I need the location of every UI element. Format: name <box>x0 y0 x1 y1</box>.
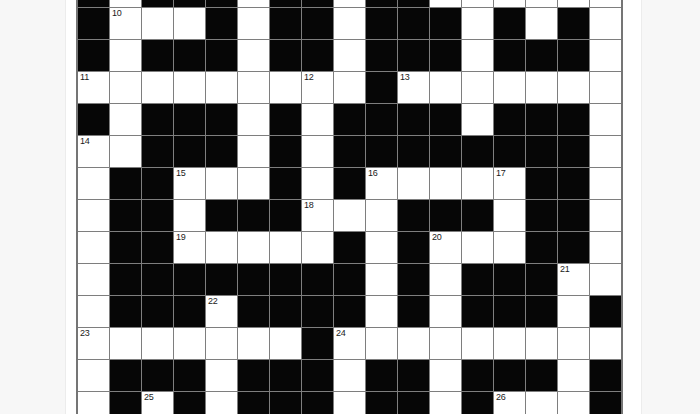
clue-number: 20 <box>432 233 442 242</box>
black-cell <box>334 168 365 199</box>
white-cell[interactable]: 17 <box>494 168 525 199</box>
black-cell <box>302 360 333 391</box>
clue-number: 19 <box>176 233 186 242</box>
white-cell[interactable] <box>494 72 525 103</box>
black-cell <box>462 392 493 414</box>
black-cell <box>78 0 109 7</box>
white-cell[interactable] <box>526 72 557 103</box>
white-cell[interactable] <box>462 168 493 199</box>
white-cell[interactable] <box>270 328 301 359</box>
black-cell <box>334 296 365 327</box>
black-cell <box>206 8 237 39</box>
black-cell <box>558 136 589 167</box>
black-cell <box>206 200 237 231</box>
black-cell <box>398 40 429 71</box>
white-cell[interactable] <box>78 296 109 327</box>
white-cell[interactable] <box>590 328 621 359</box>
black-cell <box>494 40 525 71</box>
white-cell[interactable]: 24 <box>334 328 365 359</box>
white-cell[interactable] <box>78 360 109 391</box>
white-cell[interactable] <box>110 136 141 167</box>
white-cell[interactable] <box>462 232 493 263</box>
black-cell <box>398 104 429 135</box>
white-cell[interactable] <box>142 72 173 103</box>
white-cell[interactable] <box>78 392 109 414</box>
white-cell[interactable] <box>334 72 365 103</box>
white-cell[interactable] <box>494 0 525 7</box>
black-cell <box>590 360 621 391</box>
white-cell[interactable]: 18 <box>302 200 333 231</box>
black-cell <box>494 104 525 135</box>
black-cell <box>302 392 333 414</box>
black-cell <box>206 136 237 167</box>
white-cell[interactable] <box>526 328 557 359</box>
clue-number: 17 <box>496 169 506 178</box>
black-cell <box>110 200 141 231</box>
black-cell <box>462 200 493 231</box>
white-cell[interactable] <box>238 40 269 71</box>
black-cell <box>302 0 333 7</box>
black-cell <box>398 0 429 7</box>
black-cell <box>270 168 301 199</box>
clue-number: 11 <box>80 73 89 82</box>
black-cell <box>142 104 173 135</box>
white-cell[interactable] <box>302 136 333 167</box>
black-cell <box>334 136 365 167</box>
black-cell <box>398 360 429 391</box>
white-cell[interactable] <box>398 168 429 199</box>
white-cell[interactable] <box>590 200 621 231</box>
black-cell <box>174 136 205 167</box>
black-cell <box>558 8 589 39</box>
white-cell[interactable] <box>206 168 237 199</box>
white-cell[interactable] <box>174 8 205 39</box>
white-cell[interactable]: 21 <box>558 264 589 295</box>
white-cell[interactable] <box>174 200 205 231</box>
clue-number: 26 <box>496 393 506 402</box>
white-cell[interactable]: 12 <box>302 72 333 103</box>
white-cell[interactable] <box>78 168 109 199</box>
white-cell[interactable] <box>558 0 589 7</box>
black-cell <box>494 264 525 295</box>
white-cell[interactable]: 11 <box>78 72 109 103</box>
black-cell <box>494 8 525 39</box>
black-cell <box>526 136 557 167</box>
black-cell <box>142 232 173 263</box>
clue-number: 16 <box>368 169 378 178</box>
white-cell[interactable] <box>558 328 589 359</box>
white-cell[interactable]: 13 <box>398 72 429 103</box>
black-cell <box>334 232 365 263</box>
white-cell[interactable] <box>494 232 525 263</box>
black-cell <box>206 264 237 295</box>
white-cell[interactable] <box>462 0 493 7</box>
black-cell <box>110 168 141 199</box>
white-cell[interactable] <box>110 72 141 103</box>
white-cell[interactable] <box>334 8 365 39</box>
black-cell <box>430 136 461 167</box>
black-cell <box>430 104 461 135</box>
white-cell[interactable] <box>590 104 621 135</box>
white-cell[interactable]: 15 <box>174 168 205 199</box>
black-cell <box>206 40 237 71</box>
black-cell <box>462 136 493 167</box>
black-cell <box>462 360 493 391</box>
white-cell[interactable] <box>206 360 237 391</box>
black-cell <box>366 360 397 391</box>
clue-number: 10 <box>112 9 122 18</box>
white-cell[interactable] <box>430 296 461 327</box>
black-cell <box>142 40 173 71</box>
white-cell[interactable] <box>366 328 397 359</box>
black-cell <box>526 168 557 199</box>
black-cell <box>366 40 397 71</box>
black-cell <box>462 296 493 327</box>
black-cell <box>270 136 301 167</box>
black-cell <box>398 200 429 231</box>
white-cell[interactable] <box>462 40 493 71</box>
black-cell <box>590 296 621 327</box>
white-cell[interactable] <box>78 264 109 295</box>
black-cell <box>238 200 269 231</box>
clue-number: 24 <box>336 329 346 338</box>
white-cell[interactable] <box>590 0 621 7</box>
white-cell[interactable] <box>558 392 589 414</box>
black-cell <box>302 8 333 39</box>
black-cell <box>238 360 269 391</box>
black-cell <box>270 360 301 391</box>
white-cell[interactable] <box>302 104 333 135</box>
white-cell[interactable] <box>334 360 365 391</box>
black-cell <box>110 264 141 295</box>
black-cell <box>526 232 557 263</box>
white-cell[interactable] <box>238 0 269 7</box>
black-cell <box>270 104 301 135</box>
black-cell <box>238 264 269 295</box>
black-cell <box>78 8 109 39</box>
white-cell[interactable] <box>430 72 461 103</box>
black-cell <box>366 392 397 414</box>
black-cell <box>398 8 429 39</box>
white-cell[interactable] <box>270 232 301 263</box>
white-cell[interactable] <box>558 72 589 103</box>
white-cell[interactable] <box>238 168 269 199</box>
white-cell[interactable] <box>590 72 621 103</box>
black-cell <box>334 104 365 135</box>
black-cell <box>238 392 269 414</box>
black-cell <box>270 40 301 71</box>
white-cell[interactable] <box>558 296 589 327</box>
white-cell[interactable]: 20 <box>430 232 461 263</box>
black-cell <box>398 392 429 414</box>
white-cell[interactable] <box>110 328 141 359</box>
white-cell[interactable] <box>526 8 557 39</box>
black-cell <box>142 168 173 199</box>
white-cell[interactable] <box>430 264 461 295</box>
clue-number: 13 <box>400 73 410 82</box>
white-cell[interactable]: 16 <box>366 168 397 199</box>
white-cell[interactable] <box>494 328 525 359</box>
white-cell[interactable] <box>590 40 621 71</box>
white-cell[interactable] <box>590 264 621 295</box>
black-cell <box>302 296 333 327</box>
white-cell[interactable] <box>398 328 429 359</box>
black-cell <box>366 136 397 167</box>
black-cell <box>110 296 141 327</box>
black-cell <box>590 392 621 414</box>
black-cell <box>558 40 589 71</box>
white-cell[interactable] <box>206 72 237 103</box>
black-cell <box>174 296 205 327</box>
white-cell[interactable] <box>366 296 397 327</box>
black-cell <box>270 200 301 231</box>
white-cell[interactable] <box>590 8 621 39</box>
black-cell <box>430 40 461 71</box>
black-cell <box>558 168 589 199</box>
black-cell <box>494 360 525 391</box>
white-cell[interactable] <box>270 72 301 103</box>
white-cell[interactable] <box>462 328 493 359</box>
white-cell[interactable] <box>334 0 365 7</box>
white-cell[interactable]: 26 <box>494 392 525 414</box>
white-cell[interactable] <box>238 8 269 39</box>
white-cell[interactable] <box>334 200 365 231</box>
black-cell <box>174 104 205 135</box>
black-cell <box>558 104 589 135</box>
white-cell[interactable] <box>142 328 173 359</box>
white-cell[interactable] <box>238 72 269 103</box>
black-cell <box>270 392 301 414</box>
black-cell <box>302 264 333 295</box>
white-cell[interactable] <box>302 168 333 199</box>
white-cell[interactable] <box>462 72 493 103</box>
black-cell <box>270 8 301 39</box>
white-cell[interactable]: 23 <box>78 328 109 359</box>
black-cell <box>270 296 301 327</box>
white-cell[interactable] <box>366 264 397 295</box>
white-cell[interactable] <box>494 200 525 231</box>
white-cell[interactable] <box>238 328 269 359</box>
black-cell <box>174 360 205 391</box>
black-cell <box>558 200 589 231</box>
white-cell[interactable] <box>430 168 461 199</box>
white-cell[interactable] <box>366 232 397 263</box>
black-cell <box>366 104 397 135</box>
black-cell <box>494 136 525 167</box>
black-cell <box>558 232 589 263</box>
black-cell <box>526 104 557 135</box>
black-cell <box>174 392 205 414</box>
white-cell[interactable] <box>526 0 557 7</box>
black-cell <box>206 104 237 135</box>
clue-number: 23 <box>80 329 90 338</box>
black-cell <box>462 264 493 295</box>
clue-number: 15 <box>176 169 186 178</box>
black-cell <box>398 296 429 327</box>
white-cell[interactable] <box>78 200 109 231</box>
black-cell <box>526 360 557 391</box>
black-cell <box>110 232 141 263</box>
white-cell[interactable] <box>206 392 237 414</box>
white-cell[interactable] <box>238 136 269 167</box>
black-cell <box>366 0 397 7</box>
black-cell <box>174 40 205 71</box>
black-cell <box>526 200 557 231</box>
white-cell[interactable] <box>334 40 365 71</box>
black-cell <box>110 392 141 414</box>
black-cell <box>526 40 557 71</box>
white-cell[interactable] <box>142 8 173 39</box>
white-cell[interactable] <box>302 232 333 263</box>
white-cell[interactable] <box>78 232 109 263</box>
white-cell[interactable] <box>462 104 493 135</box>
black-cell <box>526 264 557 295</box>
clue-number: 18 <box>304 201 314 210</box>
white-cell[interactable]: 25 <box>142 392 173 414</box>
white-cell[interactable] <box>430 0 461 7</box>
white-cell[interactable] <box>590 136 621 167</box>
white-cell[interactable] <box>238 104 269 135</box>
black-cell <box>110 360 141 391</box>
black-cell <box>494 296 525 327</box>
black-cell <box>302 40 333 71</box>
black-cell <box>78 40 109 71</box>
black-cell <box>142 360 173 391</box>
white-cell[interactable] <box>206 232 237 263</box>
black-cell <box>398 264 429 295</box>
white-cell[interactable] <box>430 392 461 414</box>
crossword-grid: 1011121314151617181920212223242526 <box>76 0 623 414</box>
black-cell <box>270 0 301 7</box>
white-cell[interactable] <box>366 200 397 231</box>
black-cell <box>366 8 397 39</box>
white-cell[interactable] <box>174 72 205 103</box>
white-cell[interactable] <box>110 40 141 71</box>
white-cell[interactable] <box>430 360 461 391</box>
black-cell <box>398 136 429 167</box>
black-cell <box>430 8 461 39</box>
black-cell <box>174 0 205 7</box>
clue-number: 25 <box>144 393 154 402</box>
black-cell <box>526 296 557 327</box>
clue-number: 21 <box>560 265 570 274</box>
black-cell <box>334 264 365 295</box>
clue-number: 22 <box>208 297 218 306</box>
white-cell[interactable] <box>430 328 461 359</box>
white-cell[interactable] <box>526 392 557 414</box>
white-cell[interactable]: 22 <box>206 296 237 327</box>
white-cell[interactable] <box>590 232 621 263</box>
white-cell[interactable] <box>206 328 237 359</box>
white-cell[interactable] <box>590 168 621 199</box>
white-cell[interactable] <box>462 8 493 39</box>
white-cell[interactable] <box>174 328 205 359</box>
black-cell <box>142 264 173 295</box>
white-cell[interactable] <box>238 232 269 263</box>
white-cell[interactable] <box>110 0 141 7</box>
clue-number: 14 <box>80 137 90 146</box>
black-cell <box>142 136 173 167</box>
black-cell <box>430 200 461 231</box>
black-cell <box>270 264 301 295</box>
black-cell <box>142 200 173 231</box>
page: 1011121314151617181920212223242526 <box>0 0 700 414</box>
black-cell <box>142 296 173 327</box>
black-cell <box>398 232 429 263</box>
white-cell[interactable] <box>334 392 365 414</box>
black-cell <box>302 328 333 359</box>
white-cell[interactable] <box>110 104 141 135</box>
black-cell <box>78 104 109 135</box>
white-cell[interactable] <box>558 360 589 391</box>
white-cell[interactable]: 10 <box>110 8 141 39</box>
clue-number: 12 <box>304 73 314 82</box>
black-cell <box>142 0 173 7</box>
black-cell <box>174 264 205 295</box>
white-cell[interactable]: 19 <box>174 232 205 263</box>
white-cell[interactable]: 14 <box>78 136 109 167</box>
black-cell <box>366 72 397 103</box>
black-cell <box>238 296 269 327</box>
black-cell <box>206 0 237 7</box>
